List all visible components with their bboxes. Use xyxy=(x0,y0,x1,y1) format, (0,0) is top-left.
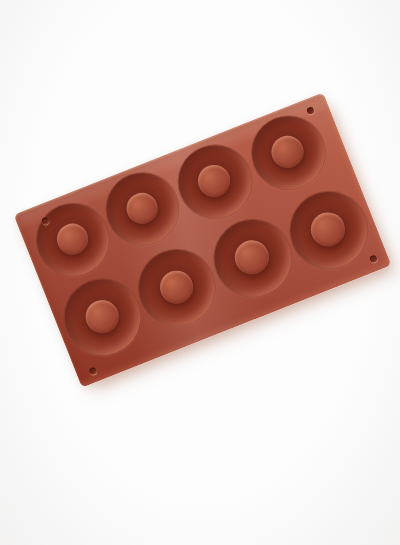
donut-cavity xyxy=(202,208,302,308)
donut-cavity xyxy=(167,134,262,229)
cavity-center-bump xyxy=(230,235,274,279)
donut-cavity xyxy=(53,268,152,367)
product-photo xyxy=(0,0,400,545)
cavity-center-bump xyxy=(52,219,92,259)
donut-cavity xyxy=(96,162,189,255)
corner-vent-hole xyxy=(368,254,377,263)
cavity-center-bump xyxy=(306,207,350,251)
donut-cavity xyxy=(240,105,335,200)
donut-cavity xyxy=(278,180,378,280)
corner-vent-hole xyxy=(88,366,97,375)
donut-cavity xyxy=(127,238,226,337)
donut-mold xyxy=(13,92,391,388)
cavity-center-bump xyxy=(193,160,235,202)
cavity-center-bump xyxy=(155,266,198,309)
cavity-center-bump xyxy=(267,131,309,173)
cavity-center-bump xyxy=(81,295,124,338)
cavity-center-bump xyxy=(122,188,162,228)
corner-vent-hole xyxy=(305,106,314,115)
